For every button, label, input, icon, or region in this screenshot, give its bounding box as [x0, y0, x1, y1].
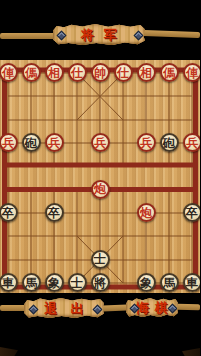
red-soldier[interactable]: 兵: [91, 133, 110, 152]
red-chariot[interactable]: 俥: [0, 63, 18, 82]
black-elephant[interactable]: 象: [45, 273, 64, 292]
exit-button[interactable]: 退出: [24, 298, 104, 318]
black-soldier[interactable]: 卒: [45, 203, 64, 222]
red-soldier[interactable]: 兵: [137, 133, 156, 152]
black-horse[interactable]: 馬: [22, 273, 41, 292]
wood-stick-bottom-left: [0, 305, 27, 311]
black-chariot[interactable]: 車: [0, 273, 18, 292]
red-cannon[interactable]: 炮: [91, 180, 110, 199]
black-advisor[interactable]: 士: [68, 273, 87, 292]
status-banner: 将军: [53, 24, 145, 45]
black-general[interactable]: 將: [91, 273, 110, 292]
wood-fragment: [0, 347, 18, 356]
red-advisor[interactable]: 仕: [114, 63, 133, 82]
black-soldier[interactable]: 卒: [183, 203, 201, 222]
black-advisor[interactable]: 士: [91, 250, 110, 269]
black-cannon[interactable]: 砲: [22, 133, 41, 152]
red-general[interactable]: 帥: [91, 63, 110, 82]
undo-move-button[interactable]: 悔棋: [126, 298, 178, 317]
red-elephant[interactable]: 相: [45, 63, 64, 82]
game-screen: 将军: [0, 0, 200, 356]
wood-stick-top-right: [142, 30, 200, 38]
wood-stick-bottom-middle: [101, 305, 129, 312]
board-pieces: 俥傌相仕帥仕相傌俥兵砲兵兵兵砲兵炮卒卒炮卒士車馬象士將象馬車: [0, 61, 200, 294]
black-soldier[interactable]: 卒: [0, 203, 18, 222]
black-elephant[interactable]: 象: [137, 273, 156, 292]
nail-icon: [134, 31, 144, 41]
status-text: 将军: [71, 28, 127, 41]
red-cannon[interactable]: 炮: [137, 203, 156, 222]
red-elephant[interactable]: 相: [137, 63, 156, 82]
xiangqi-board[interactable]: 俥傌相仕帥仕相傌俥兵砲兵兵兵砲兵炮卒卒炮卒士車馬象士將象馬車: [0, 60, 200, 293]
red-horse[interactable]: 傌: [160, 63, 179, 82]
wood-stick-top-left: [0, 33, 56, 39]
nail-icon: [57, 31, 67, 41]
red-soldier[interactable]: 兵: [0, 133, 18, 152]
red-soldier[interactable]: 兵: [45, 133, 64, 152]
red-chariot[interactable]: 俥: [183, 63, 201, 82]
red-soldier[interactable]: 兵: [183, 133, 201, 152]
wood-fragment: [182, 348, 200, 356]
black-chariot[interactable]: 車: [183, 273, 201, 292]
red-horse[interactable]: 傌: [22, 63, 41, 82]
red-advisor[interactable]: 仕: [68, 63, 87, 82]
black-horse[interactable]: 馬: [160, 273, 179, 292]
black-cannon[interactable]: 砲: [160, 133, 179, 152]
exit-button-label: 退出: [32, 302, 97, 315]
wood-stick-bottom-right: [175, 304, 200, 311]
